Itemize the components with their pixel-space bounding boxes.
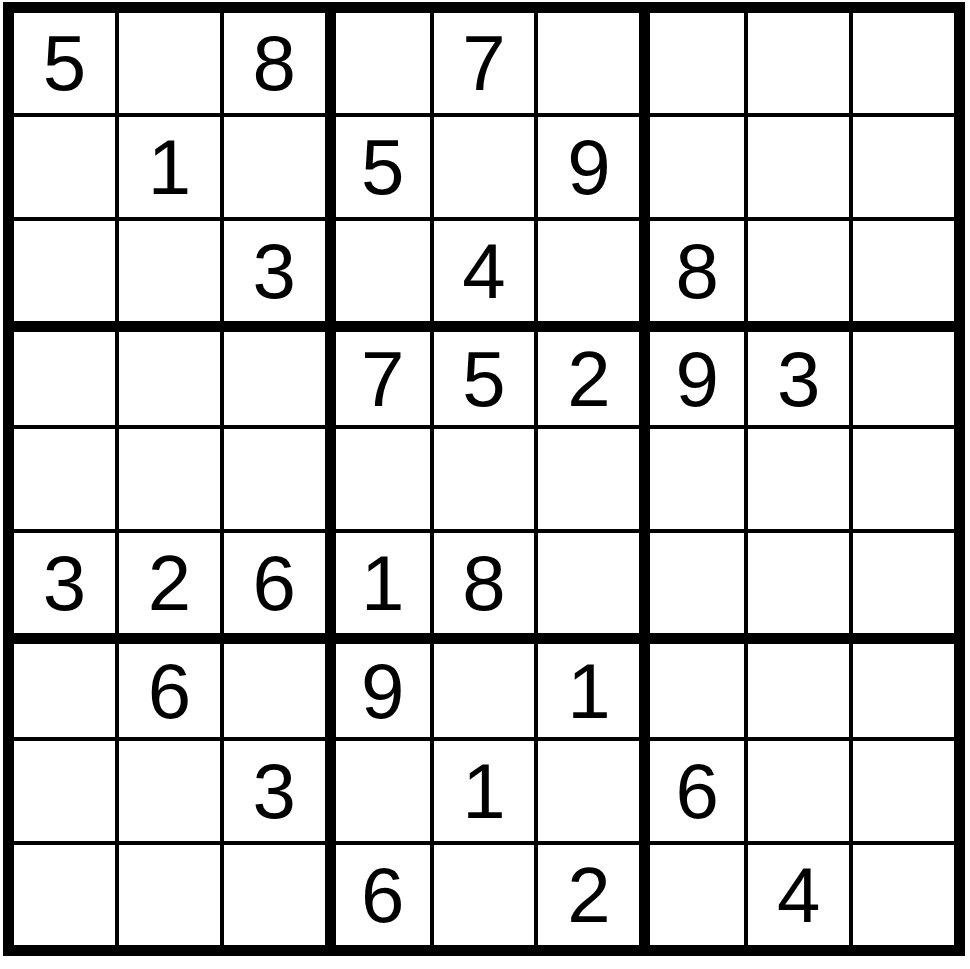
cell-r7c5[interactable]: [434, 637, 535, 737]
cell-r5c7[interactable]: [643, 429, 744, 529]
cell-r5c5[interactable]: [434, 429, 535, 529]
cell-r3c9[interactable]: [853, 221, 954, 321]
cell-r2c2[interactable]: 1: [119, 117, 220, 217]
cell-r5c6[interactable]: [538, 429, 639, 529]
cell-r2c7[interactable]: [643, 117, 744, 217]
cell-r9c4[interactable]: 6: [329, 845, 430, 945]
given-digit: 1: [361, 544, 404, 622]
cell-r4c3[interactable]: [224, 325, 325, 425]
given-digit: 5: [462, 340, 505, 418]
cell-r4c9[interactable]: [853, 325, 954, 425]
cell-r4c5[interactable]: 5: [434, 325, 535, 425]
cell-r9c6[interactable]: 2: [538, 845, 639, 945]
given-digit: 9: [676, 340, 719, 418]
cell-r3c6[interactable]: [538, 221, 639, 321]
cell-r1c7[interactable]: [643, 13, 744, 113]
given-digit: 2: [567, 856, 610, 934]
cell-r7c3[interactable]: [224, 637, 325, 737]
cell-r3c2[interactable]: [119, 221, 220, 321]
cell-r4c6[interactable]: 2: [538, 325, 639, 425]
cell-r3c7[interactable]: 8: [643, 221, 744, 321]
cell-r6c8[interactable]: [748, 533, 849, 633]
cell-r6c1[interactable]: 3: [14, 533, 115, 633]
cell-r2c6[interactable]: 9: [538, 117, 639, 217]
cell-r9c1[interactable]: [14, 845, 115, 945]
cell-r6c4[interactable]: 1: [329, 533, 430, 633]
cell-r7c2[interactable]: 6: [119, 637, 220, 737]
cell-r3c8[interactable]: [748, 221, 849, 321]
cell-r2c3[interactable]: [224, 117, 325, 217]
given-digit: 3: [43, 544, 86, 622]
cell-r1c1[interactable]: 5: [14, 13, 115, 113]
cell-r6c6[interactable]: [538, 533, 639, 633]
cell-r2c9[interactable]: [853, 117, 954, 217]
given-digit: 6: [148, 652, 191, 730]
given-digit: 8: [462, 544, 505, 622]
given-digit: 7: [361, 340, 404, 418]
given-digit: 3: [777, 340, 820, 418]
given-digit: 3: [253, 752, 296, 830]
given-digit: 2: [567, 340, 610, 418]
given-digit: 1: [462, 752, 505, 830]
cell-r7c1[interactable]: [14, 637, 115, 737]
cell-r4c1[interactable]: [14, 325, 115, 425]
given-digit: 5: [361, 128, 404, 206]
given-digit: 5: [43, 24, 86, 102]
cell-r8c3[interactable]: 3: [224, 741, 325, 841]
cell-r3c5[interactable]: 4: [434, 221, 535, 321]
cell-r8c2[interactable]: [119, 741, 220, 841]
cell-r8c1[interactable]: [14, 741, 115, 841]
given-digit: 1: [567, 652, 610, 730]
cell-r8c9[interactable]: [853, 741, 954, 841]
cell-r2c8[interactable]: [748, 117, 849, 217]
cell-r7c4[interactable]: 9: [329, 637, 430, 737]
cell-r1c3[interactable]: 8: [224, 13, 325, 113]
cell-r5c4[interactable]: [329, 429, 430, 529]
cell-r5c2[interactable]: [119, 429, 220, 529]
given-digit: 7: [462, 24, 505, 102]
cell-r8c6[interactable]: [538, 741, 639, 841]
given-digit: 3: [253, 232, 296, 310]
cell-r7c7[interactable]: [643, 637, 744, 737]
cell-r3c4[interactable]: [329, 221, 430, 321]
cell-r9c9[interactable]: [853, 845, 954, 945]
given-digit: 8: [253, 24, 296, 102]
cell-r9c2[interactable]: [119, 845, 220, 945]
cell-r1c9[interactable]: [853, 13, 954, 113]
given-digit: 4: [777, 856, 820, 934]
cell-r2c5[interactable]: [434, 117, 535, 217]
given-digit: 6: [253, 544, 296, 622]
cell-r1c6[interactable]: [538, 13, 639, 113]
cell-r4c2[interactable]: [119, 325, 220, 425]
cell-r4c4[interactable]: 7: [329, 325, 430, 425]
cell-r6c3[interactable]: 6: [224, 533, 325, 633]
cell-r5c1[interactable]: [14, 429, 115, 529]
cell-r5c8[interactable]: [748, 429, 849, 529]
given-digit: 9: [361, 652, 404, 730]
given-digit: 4: [462, 232, 505, 310]
cell-r1c2[interactable]: [119, 13, 220, 113]
cell-r3c3[interactable]: 3: [224, 221, 325, 321]
cell-r5c3[interactable]: [224, 429, 325, 529]
sudoku-board: 5871593487529332618691316624: [3, 2, 965, 956]
cell-r2c4[interactable]: 5: [329, 117, 430, 217]
given-digit: 1: [148, 128, 191, 206]
cell-r4c8[interactable]: 3: [748, 325, 849, 425]
given-digit: 6: [361, 856, 404, 934]
cell-r3c1[interactable]: [14, 221, 115, 321]
cell-r9c3[interactable]: [224, 845, 325, 945]
cell-r1c8[interactable]: [748, 13, 849, 113]
cell-r8c7[interactable]: 6: [643, 741, 744, 841]
cell-r7c8[interactable]: [748, 637, 849, 737]
cell-r8c4[interactable]: [329, 741, 430, 841]
given-digit: 9: [567, 128, 610, 206]
cell-r5c9[interactable]: [853, 429, 954, 529]
cell-r6c2[interactable]: 2: [119, 533, 220, 633]
cell-r8c8[interactable]: [748, 741, 849, 841]
cell-r2c1[interactable]: [14, 117, 115, 217]
cell-r7c6[interactable]: 1: [538, 637, 639, 737]
cell-r6c5[interactable]: 8: [434, 533, 535, 633]
given-digit: 6: [676, 752, 719, 830]
cell-r7c9[interactable]: [853, 637, 954, 737]
cell-r9c5[interactable]: [434, 845, 535, 945]
cell-r6c7[interactable]: [643, 533, 744, 633]
cell-r9c8[interactable]: 4: [748, 845, 849, 945]
given-digit: 2: [148, 544, 191, 622]
cell-r1c5[interactable]: 7: [434, 13, 535, 113]
cell-r8c5[interactable]: 1: [434, 741, 535, 841]
given-digit: 8: [676, 232, 719, 310]
cell-r9c7[interactable]: [643, 845, 744, 945]
cell-r1c4[interactable]: [329, 13, 430, 113]
cell-r6c9[interactable]: [853, 533, 954, 633]
cell-r4c7[interactable]: 9: [643, 325, 744, 425]
